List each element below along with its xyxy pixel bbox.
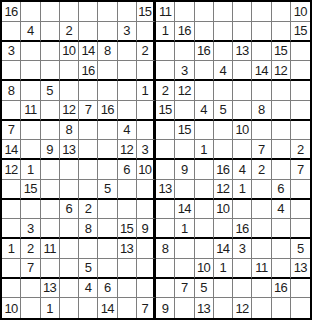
cell-r6c10[interactable] (175, 101, 194, 121)
given-digit: 1 (162, 24, 169, 37)
cell-r13c14[interactable] (252, 239, 271, 259)
cell-r16c2[interactable] (21, 298, 40, 318)
cell-r13c7[interactable]: 13 (118, 239, 137, 259)
cell-r3c2[interactable] (21, 42, 40, 62)
given-digit: 15 (138, 5, 151, 18)
cell-r2c4[interactable]: 2 (60, 22, 79, 42)
cell-r1c2[interactable] (21, 2, 40, 22)
cell-r10c15[interactable]: 6 (272, 180, 291, 200)
cell-r4c11[interactable] (195, 61, 214, 81)
cell-r1c10[interactable] (175, 2, 194, 22)
cell-r13c5[interactable] (79, 239, 98, 259)
cell-r14c8[interactable] (137, 259, 156, 279)
cell-r6c6[interactable]: 16 (98, 101, 117, 121)
cell-r16c8[interactable]: 7 (137, 298, 156, 318)
cell-r7c3[interactable] (41, 121, 60, 141)
given-digit: 13 (235, 44, 248, 57)
cell-r5c11[interactable] (195, 81, 214, 101)
given-digit: 10 (197, 261, 210, 274)
given-digit: 1 (27, 163, 34, 176)
cell-r6c11[interactable]: 4 (195, 101, 214, 121)
given-digit: 1 (239, 182, 246, 195)
given-digit: 2 (258, 163, 265, 176)
cell-r7c15[interactable] (272, 121, 291, 141)
cell-r5c3[interactable]: 5 (41, 81, 60, 101)
cell-r15c6[interactable]: 6 (98, 279, 117, 299)
cell-r9c10[interactable]: 9 (175, 160, 194, 180)
cell-r2c3[interactable] (41, 22, 60, 42)
cell-r11c3[interactable] (41, 200, 60, 220)
given-digit: 15 (274, 44, 287, 57)
cell-r10c5[interactable] (79, 180, 98, 200)
cell-r3c4[interactable]: 10 (60, 42, 79, 62)
cell-r14c10[interactable] (175, 259, 194, 279)
cell-r6c4[interactable]: 12 (60, 101, 79, 121)
cell-r13c1[interactable]: 1 (2, 239, 21, 259)
cell-r2c9[interactable]: 1 (156, 22, 175, 42)
cell-r8c14[interactable]: 7 (252, 140, 271, 160)
cell-r13c9[interactable]: 8 (156, 239, 175, 259)
cell-r14c9[interactable] (156, 259, 175, 279)
cell-r2c11[interactable] (195, 22, 214, 42)
cell-r3c7[interactable] (118, 42, 137, 62)
cell-r15c9[interactable] (156, 279, 175, 299)
cell-r5c16[interactable] (291, 81, 310, 101)
cell-r10c2[interactable]: 15 (21, 180, 40, 200)
cell-r10c12[interactable]: 12 (214, 180, 233, 200)
cell-r12c14[interactable] (252, 219, 271, 239)
cell-r6c14[interactable]: 8 (252, 101, 271, 121)
cell-r8c15[interactable] (272, 140, 291, 160)
cell-r7c11[interactable] (195, 121, 214, 141)
cell-r11c1[interactable] (2, 200, 21, 220)
cell-r3c8[interactable]: 2 (137, 42, 156, 62)
cell-r1c5[interactable] (79, 2, 98, 22)
cell-r14c15[interactable] (272, 259, 291, 279)
cell-r16c3[interactable]: 1 (41, 298, 60, 318)
cell-r13c12[interactable]: 14 (214, 239, 233, 259)
cell-r2c7[interactable]: 3 (118, 22, 137, 42)
cell-r9c8[interactable]: 10 (137, 160, 156, 180)
cell-r6c7[interactable] (118, 101, 137, 121)
cell-r14c6[interactable] (98, 259, 117, 279)
cell-r12c7[interactable]: 15 (118, 219, 137, 239)
cell-r8c8[interactable]: 3 (137, 140, 156, 160)
cell-r4c12[interactable]: 4 (214, 61, 233, 81)
given-digit: 13 (120, 242, 133, 255)
given-digit: 4 (85, 281, 92, 294)
cell-r3c14[interactable] (252, 42, 271, 62)
cell-r1c6[interactable] (98, 2, 117, 22)
given-digit: 16 (81, 64, 94, 77)
cell-r12c15[interactable] (272, 219, 291, 239)
cell-r16c14[interactable] (252, 298, 271, 318)
cell-r5c6[interactable] (98, 81, 117, 101)
cell-r11c15[interactable]: 4 (272, 200, 291, 220)
cell-r5c7[interactable] (118, 81, 137, 101)
cell-r4c16[interactable] (291, 61, 310, 81)
cell-r15c3[interactable]: 13 (41, 279, 60, 299)
cell-r1c1[interactable]: 16 (2, 2, 21, 22)
cell-r3c6[interactable]: 8 (98, 42, 117, 62)
given-digit: 16 (216, 163, 229, 176)
cell-r9c16[interactable]: 7 (291, 160, 310, 180)
cell-r7c16[interactable] (291, 121, 310, 141)
cell-r12c11[interactable] (195, 219, 214, 239)
cell-r15c15[interactable]: 16 (272, 279, 291, 299)
cell-r11c2[interactable] (21, 200, 40, 220)
cell-r16c7[interactable] (118, 298, 137, 318)
cell-r6c5[interactable]: 7 (79, 101, 98, 121)
given-digit: 16 (197, 44, 210, 57)
cell-r2c14[interactable] (252, 22, 271, 42)
given-digit: 3 (142, 143, 149, 156)
given-digit: 10 (216, 202, 229, 215)
cell-r13c4[interactable] (60, 239, 79, 259)
cell-r12c4[interactable] (60, 219, 79, 239)
cell-r3c11[interactable]: 16 (195, 42, 214, 62)
cell-r9c15[interactable] (272, 160, 291, 180)
cell-r16c4[interactable] (60, 298, 79, 318)
cell-r2c6[interactable] (98, 22, 117, 42)
given-digit: 5 (104, 182, 111, 195)
cell-r13c16[interactable]: 5 (291, 239, 310, 259)
cell-r11c10[interactable]: 14 (175, 200, 194, 220)
cell-r5c2[interactable] (21, 81, 40, 101)
cell-r15c14[interactable] (252, 279, 271, 299)
cell-r11c12[interactable]: 10 (214, 200, 233, 220)
cell-r9c1[interactable]: 12 (2, 160, 21, 180)
cell-r6c9[interactable]: 15 (156, 101, 175, 121)
cell-r12c10[interactable]: 1 (175, 219, 194, 239)
cell-r14c4[interactable] (60, 259, 79, 279)
cell-r11c13[interactable] (233, 200, 252, 220)
cell-r11c7[interactable] (118, 200, 137, 220)
cell-r1c12[interactable] (214, 2, 233, 22)
cell-r5c12[interactable] (214, 81, 233, 101)
cell-r14c2[interactable]: 7 (21, 259, 40, 279)
cell-r12c12[interactable] (214, 219, 233, 239)
given-digit: 11 (255, 261, 268, 274)
given-digit: 12 (120, 143, 133, 156)
cell-r9c7[interactable]: 6 (118, 160, 137, 180)
cell-r10c13[interactable]: 1 (233, 180, 252, 200)
cell-r15c2[interactable] (21, 279, 40, 299)
cell-r14c7[interactable] (118, 259, 137, 279)
cell-r6c15[interactable] (272, 101, 291, 121)
cell-r4c3[interactable] (41, 61, 60, 81)
given-digit: 6 (104, 281, 111, 294)
given-digit: 7 (85, 103, 92, 116)
cell-r11c8[interactable] (137, 200, 156, 220)
cell-r1c3[interactable] (41, 2, 60, 22)
cell-r7c10[interactable]: 15 (175, 121, 194, 141)
cell-r7c1[interactable]: 7 (2, 121, 21, 141)
cell-r7c9[interactable] (156, 121, 175, 141)
cell-r11c5[interactable]: 2 (79, 200, 98, 220)
cell-r10c16[interactable] (291, 180, 310, 200)
cell-r14c14[interactable]: 11 (252, 259, 271, 279)
cell-r3c12[interactable] (214, 42, 233, 62)
cell-r16c11[interactable]: 13 (195, 298, 214, 318)
cell-r16c16[interactable] (291, 298, 310, 318)
cell-r13c15[interactable] (272, 239, 291, 259)
cell-r14c13[interactable] (233, 259, 252, 279)
cell-r6c2[interactable]: 11 (21, 101, 40, 121)
cell-r6c1[interactable] (2, 101, 21, 121)
given-digit: 15 (120, 222, 133, 235)
cell-r8c1[interactable]: 14 (2, 140, 21, 160)
cell-r15c13[interactable] (233, 279, 252, 299)
cell-r8c5[interactable] (79, 140, 98, 160)
cell-r5c1[interactable]: 8 (2, 81, 21, 101)
cell-r7c8[interactable] (137, 121, 156, 141)
cell-r11c9[interactable] (156, 200, 175, 220)
cell-r1c4[interactable] (60, 2, 79, 22)
cell-r4c2[interactable] (21, 61, 40, 81)
cell-r6c8[interactable] (137, 101, 156, 121)
given-digit: 7 (181, 281, 188, 294)
cell-r4c7[interactable] (118, 61, 137, 81)
cell-r16c12[interactable] (214, 298, 233, 318)
cell-r3c3[interactable] (41, 42, 60, 62)
cell-r4c15[interactable]: 12 (272, 61, 291, 81)
cell-r15c5[interactable]: 4 (79, 279, 98, 299)
given-digit: 16 (178, 24, 191, 37)
cell-r12c13[interactable]: 16 (233, 219, 252, 239)
cell-r13c8[interactable] (137, 239, 156, 259)
given-digit: 13 (43, 281, 56, 294)
cell-r16c5[interactable] (79, 298, 98, 318)
cell-r1c11[interactable] (195, 2, 214, 22)
sudoku-board: 1615111042311615310148216131516341412851… (0, 0, 312, 320)
cell-r13c10[interactable] (175, 239, 194, 259)
cell-r7c12[interactable] (214, 121, 233, 141)
cell-r2c1[interactable] (2, 22, 21, 42)
cell-r2c2[interactable]: 4 (21, 22, 40, 42)
given-digit: 14 (178, 202, 191, 215)
cell-r12c16[interactable] (291, 219, 310, 239)
given-digit: 1 (46, 302, 53, 315)
cell-r8c4[interactable]: 13 (60, 140, 79, 160)
cell-r6c13[interactable] (233, 101, 252, 121)
cell-r8c9[interactable] (156, 140, 175, 160)
cell-r14c5[interactable]: 5 (79, 259, 98, 279)
cell-r3c15[interactable]: 15 (272, 42, 291, 62)
cell-r9c9[interactable] (156, 160, 175, 180)
cell-r5c15[interactable] (272, 81, 291, 101)
cell-r12c6[interactable] (98, 219, 117, 239)
cell-r4c9[interactable] (156, 61, 175, 81)
given-digit: 7 (27, 261, 34, 274)
cell-r2c12[interactable] (214, 22, 233, 42)
cell-r9c2[interactable]: 1 (21, 160, 40, 180)
given-digit: 5 (200, 281, 207, 294)
cell-r16c1[interactable]: 10 (2, 298, 21, 318)
cell-r15c10[interactable]: 7 (175, 279, 194, 299)
cell-r13c2[interactable]: 2 (21, 239, 40, 259)
cell-r1c16[interactable]: 10 (291, 2, 310, 22)
cell-r4c4[interactable] (60, 61, 79, 81)
cell-r14c12[interactable]: 1 (214, 259, 233, 279)
cell-r8c11[interactable]: 1 (195, 140, 214, 160)
cell-r13c11[interactable] (195, 239, 214, 259)
cell-r11c6[interactable] (98, 200, 117, 220)
cell-r10c11[interactable] (195, 180, 214, 200)
given-digit: 1 (220, 261, 227, 274)
cell-r15c1[interactable] (2, 279, 21, 299)
cell-r7c6[interactable] (98, 121, 117, 141)
cell-r1c7[interactable] (118, 2, 137, 22)
cell-r8c10[interactable] (175, 140, 194, 160)
cell-r2c8[interactable] (137, 22, 156, 42)
cell-r11c4[interactable]: 6 (60, 200, 79, 220)
given-digit: 14 (4, 143, 17, 156)
cell-r3c13[interactable]: 13 (233, 42, 252, 62)
cell-r16c10[interactable] (175, 298, 194, 318)
cell-r5c9[interactable]: 2 (156, 81, 175, 101)
given-digit: 4 (277, 202, 284, 215)
cell-r9c5[interactable] (79, 160, 98, 180)
cell-r16c9[interactable]: 9 (156, 298, 175, 318)
cell-r12c2[interactable]: 3 (21, 219, 40, 239)
cell-r8c16[interactable]: 2 (291, 140, 310, 160)
cell-r11c14[interactable] (252, 200, 271, 220)
cell-r4c6[interactable] (98, 61, 117, 81)
cell-r7c7[interactable]: 4 (118, 121, 137, 141)
cell-r4c13[interactable] (233, 61, 252, 81)
cell-r15c16[interactable] (291, 279, 310, 299)
cell-r5c4[interactable] (60, 81, 79, 101)
cell-r3c5[interactable]: 14 (79, 42, 98, 62)
cell-r2c5[interactable] (79, 22, 98, 42)
cell-r13c3[interactable]: 11 (41, 239, 60, 259)
cell-r16c6[interactable]: 14 (98, 298, 117, 318)
cell-r10c14[interactable] (252, 180, 271, 200)
cell-r7c4[interactable]: 8 (60, 121, 79, 141)
cell-r9c6[interactable] (98, 160, 117, 180)
cell-r2c10[interactable]: 16 (175, 22, 194, 42)
cell-r3c10[interactable] (175, 42, 194, 62)
cell-r10c4[interactable] (60, 180, 79, 200)
cell-r12c9[interactable] (156, 219, 175, 239)
given-digit: 11 (159, 5, 172, 18)
cell-r15c12[interactable] (214, 279, 233, 299)
cell-r6c16[interactable] (291, 101, 310, 121)
given-digit: 1 (8, 242, 15, 255)
given-digit: 14 (101, 302, 114, 315)
cell-r3c9[interactable] (156, 42, 175, 62)
cell-r7c2[interactable] (21, 121, 40, 141)
given-digit: 12 (235, 302, 248, 315)
cell-r5c8[interactable]: 1 (137, 81, 156, 101)
cell-r4c10[interactable]: 3 (175, 61, 194, 81)
cell-r12c8[interactable]: 9 (137, 219, 156, 239)
cell-r13c13[interactable]: 3 (233, 239, 252, 259)
cell-r8c3[interactable]: 9 (41, 140, 60, 160)
cell-r15c8[interactable] (137, 279, 156, 299)
cell-r9c13[interactable]: 4 (233, 160, 252, 180)
given-digit: 10 (4, 302, 17, 315)
cell-r8c7[interactable]: 12 (118, 140, 137, 160)
given-digit: 7 (297, 163, 304, 176)
cell-r1c13[interactable] (233, 2, 252, 22)
cell-r1c8[interactable]: 15 (137, 2, 156, 22)
cell-r10c8[interactable] (137, 180, 156, 200)
cell-r8c13[interactable] (233, 140, 252, 160)
given-digit: 5 (46, 84, 53, 97)
cell-r9c14[interactable]: 2 (252, 160, 271, 180)
cell-r11c16[interactable] (291, 200, 310, 220)
cell-r1c9[interactable]: 11 (156, 2, 175, 22)
cell-r12c3[interactable] (41, 219, 60, 239)
cell-r2c13[interactable] (233, 22, 252, 42)
cell-r9c12[interactable]: 16 (214, 160, 233, 180)
cell-r5c13[interactable] (233, 81, 252, 101)
cell-r14c1[interactable] (2, 259, 21, 279)
cell-r15c4[interactable] (60, 279, 79, 299)
cell-r10c6[interactable]: 5 (98, 180, 117, 200)
cell-r7c13[interactable]: 10 (233, 121, 252, 141)
cell-r9c3[interactable] (41, 160, 60, 180)
cell-r15c11[interactable]: 5 (195, 279, 214, 299)
given-digit: 10 (62, 44, 75, 57)
cell-r3c16[interactable] (291, 42, 310, 62)
cell-r10c3[interactable] (41, 180, 60, 200)
cell-r16c13[interactable]: 12 (233, 298, 252, 318)
cell-r4c5[interactable]: 16 (79, 61, 98, 81)
cell-r10c7[interactable] (118, 180, 137, 200)
cell-r10c1[interactable] (2, 180, 21, 200)
cell-r12c1[interactable] (2, 219, 21, 239)
cell-r14c11[interactable]: 10 (195, 259, 214, 279)
cell-r5c14[interactable] (252, 81, 271, 101)
cell-r7c5[interactable] (79, 121, 98, 141)
cell-r2c16[interactable]: 15 (291, 22, 310, 42)
cell-r9c4[interactable] (60, 160, 79, 180)
cell-r10c10[interactable] (175, 180, 194, 200)
cell-r3c1[interactable]: 3 (2, 42, 21, 62)
cell-r4c1[interactable] (2, 61, 21, 81)
cell-r11c11[interactable] (195, 200, 214, 220)
given-digit: 11 (43, 242, 56, 255)
cell-r1c14[interactable] (252, 2, 271, 22)
cell-r1c15[interactable] (272, 2, 291, 22)
cell-r9c11[interactable] (195, 160, 214, 180)
cell-r6c12[interactable]: 5 (214, 101, 233, 121)
given-digit: 8 (66, 123, 73, 136)
cell-r4c8[interactable] (137, 61, 156, 81)
cell-r8c6[interactable] (98, 140, 117, 160)
cell-r10c9[interactable]: 13 (156, 180, 175, 200)
cell-r7c14[interactable] (252, 121, 271, 141)
cell-r13c6[interactable] (98, 239, 117, 259)
cell-r6c3[interactable] (41, 101, 60, 121)
given-digit: 10 (294, 5, 307, 18)
cell-r5c5[interactable] (79, 81, 98, 101)
cell-r2c15[interactable] (272, 22, 291, 42)
cell-r8c2[interactable] (21, 140, 40, 160)
cell-r14c16[interactable]: 13 (291, 259, 310, 279)
cell-r15c7[interactable] (118, 279, 137, 299)
cell-r12c5[interactable]: 8 (79, 219, 98, 239)
cell-r4c14[interactable]: 14 (252, 61, 271, 81)
cell-r14c3[interactable] (41, 259, 60, 279)
cell-r5c10[interactable]: 12 (175, 81, 194, 101)
given-digit: 16 (235, 222, 248, 235)
cell-r16c15[interactable] (272, 298, 291, 318)
cell-r8c12[interactable] (214, 140, 233, 160)
